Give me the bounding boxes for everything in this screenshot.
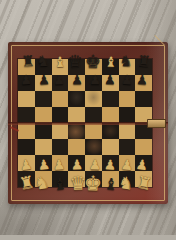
pieces-layer: ♜♞♝♛♚♝♞♜♟♟♟♟♟♟♟♟♟♟♟♟♟♟♟♟♜♞♝♛♚♝♞♜ [8,42,168,204]
piece-a2-white-pawn: ♟ [19,157,33,172]
piece-g1-white-knight: ♞ [117,174,134,193]
piece-a7-black-pawn: ♟ [20,73,32,87]
piece-f7-black-pawn: ♟ [104,73,116,86]
piece-e8-black-king: ♚ [85,53,101,71]
piece-h7-black-pawn: ♟ [136,73,148,87]
piece-e1-white-king: ♚ [83,173,102,194]
chess-board: ♜♞♝♛♚♝♞♜♟♟♟♟♟♟♟♟♟♟♟♟♟♟♟♟♜♞♝♛♚♝♞♜ [8,42,168,204]
piece-d7-black-pawn: ♟ [71,73,83,86]
piece-d2-white-pawn: ♟ [70,158,82,172]
piece-h1-white-rook: ♜ [135,174,153,193]
piece-f1-white-bishop: ♝ [103,175,118,192]
piece-h8-black-rook: ♜ [137,54,152,70]
piece-g8-black-knight: ♞ [119,54,133,70]
piece-f2-white-pawn: ♟ [103,158,116,172]
piece-b7-black-pawn: ♟ [38,73,50,86]
piece-e2-white-pawn: ♟ [88,158,100,172]
piece-b2-white-pawn: ♟ [37,157,50,172]
piece-c2-white-pawn: ♟ [52,158,65,172]
piece-e7-black-pawn: ♟ [89,73,101,86]
piece-h2-white-pawn: ♟ [136,157,150,172]
piece-b1-white-knight: ♞ [33,174,50,193]
piece-f8-black-bishop: ♝ [105,55,118,69]
piece-a8-black-rook: ♜ [20,54,35,70]
piece-g7-black-pawn: ♟ [121,73,133,86]
piece-c8-black-bishop: ♝ [54,55,67,69]
piece-g2-white-pawn: ♟ [121,157,134,172]
piece-c1-white-bishop: ♝ [52,175,67,192]
piece-c7-black-pawn: ♟ [53,73,65,86]
piece-b8-black-knight: ♞ [35,54,49,70]
piece-d8-black-queen: ♛ [68,53,83,70]
